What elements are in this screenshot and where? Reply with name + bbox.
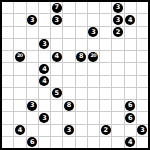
clue-circle: 4 xyxy=(39,64,49,74)
grid-cell[interactable] xyxy=(88,88,99,99)
clue-circle: 4 xyxy=(52,52,62,62)
grid-cell[interactable] xyxy=(14,137,25,148)
grid-cell[interactable]: 20 xyxy=(14,51,25,62)
grid-cell[interactable] xyxy=(14,112,25,123)
clue-circle: 3 xyxy=(113,15,123,25)
grid-cell[interactable] xyxy=(112,63,123,74)
grid-cell[interactable]: 8 xyxy=(63,100,74,111)
grid-cell[interactable] xyxy=(76,2,87,13)
grid-cell[interactable] xyxy=(51,39,62,50)
grid-cell[interactable] xyxy=(63,63,74,74)
grid-cell[interactable] xyxy=(88,76,99,87)
grid-cell[interactable] xyxy=(88,137,99,148)
grid-cell[interactable] xyxy=(63,88,74,99)
grid-cell[interactable] xyxy=(100,88,111,99)
grid-cell[interactable] xyxy=(112,88,123,99)
grid-cell[interactable] xyxy=(137,112,148,123)
grid-cell[interactable] xyxy=(125,88,136,99)
grid-cell[interactable] xyxy=(2,100,13,111)
clue-circle: 3 xyxy=(27,15,37,25)
clue-circle: 5 xyxy=(52,88,62,98)
grid-cell[interactable] xyxy=(2,76,13,87)
grid-cell[interactable] xyxy=(100,14,111,25)
grid-cell[interactable]: 4 xyxy=(125,14,136,25)
clue-circle: 2 xyxy=(101,125,111,135)
grid-cell[interactable] xyxy=(137,100,148,111)
puzzle-board: 73333432320482044538636432364 xyxy=(0,0,150,150)
grid-cell[interactable] xyxy=(63,76,74,87)
grid-cell[interactable] xyxy=(27,27,38,38)
grid-cell[interactable]: 4 xyxy=(39,76,50,87)
grid-cell[interactable] xyxy=(39,51,50,62)
grid-cell[interactable] xyxy=(51,137,62,148)
grid-cell[interactable] xyxy=(2,112,13,123)
grid-cell[interactable]: 3 xyxy=(51,14,62,25)
grid-cell[interactable] xyxy=(137,39,148,50)
grid-cell[interactable] xyxy=(137,14,148,25)
grid-cell[interactable]: 3 xyxy=(112,14,123,25)
clue-circle: 4 xyxy=(39,76,49,86)
grid-cell[interactable] xyxy=(14,39,25,50)
grid-cell[interactable] xyxy=(76,100,87,111)
grid-cell[interactable] xyxy=(63,14,74,25)
grid-cell[interactable] xyxy=(2,14,13,25)
grid-cell[interactable] xyxy=(39,88,50,99)
clue-circle: 3 xyxy=(88,27,98,37)
grid-cell[interactable] xyxy=(125,27,136,38)
clue-circle: 3 xyxy=(64,125,74,135)
grid-cell[interactable] xyxy=(76,27,87,38)
grid-cell[interactable]: 3 xyxy=(27,100,38,111)
grid-cell[interactable]: 5 xyxy=(51,88,62,99)
grid-cell[interactable] xyxy=(39,100,50,111)
clue-circle: 6 xyxy=(27,137,37,147)
grid-cell[interactable] xyxy=(27,125,38,136)
grid-cell[interactable] xyxy=(88,112,99,123)
grid-cell[interactable] xyxy=(125,63,136,74)
clue-circle: 4 xyxy=(125,15,135,25)
grid-cell[interactable] xyxy=(39,137,50,148)
grid-cell[interactable] xyxy=(76,88,87,99)
grid-cell[interactable]: 4 xyxy=(14,125,25,136)
grid-cell[interactable] xyxy=(137,51,148,62)
clue-circle: 4 xyxy=(125,137,135,147)
grid-cell[interactable] xyxy=(2,51,13,62)
clue-circle: 4 xyxy=(15,125,25,135)
grid-cell[interactable]: 2 xyxy=(100,125,111,136)
grid-cell[interactable] xyxy=(2,39,13,50)
grid-cell[interactable]: 20 xyxy=(88,51,99,62)
grid-cell[interactable]: 3 xyxy=(39,39,50,50)
grid-cell[interactable] xyxy=(39,14,50,25)
clue-circle: 2 xyxy=(113,27,123,37)
grid-cell[interactable]: 3 xyxy=(39,112,50,123)
grid-cell[interactable] xyxy=(100,2,111,13)
grid-cell[interactable] xyxy=(2,2,13,13)
grid-cell[interactable] xyxy=(88,100,99,111)
grid-cell[interactable] xyxy=(63,27,74,38)
clue-circle: 3 xyxy=(113,3,123,13)
grid-cell[interactable] xyxy=(2,125,13,136)
grid-cell[interactable] xyxy=(76,76,87,87)
grid-cell[interactable] xyxy=(100,112,111,123)
grid-cell[interactable] xyxy=(112,39,123,50)
grid-cell[interactable] xyxy=(88,63,99,74)
grid-cell[interactable] xyxy=(137,88,148,99)
grid-cell[interactable]: 3 xyxy=(137,125,148,136)
grid-cell[interactable] xyxy=(88,2,99,13)
grid-cell[interactable] xyxy=(14,2,25,13)
grid-cell[interactable] xyxy=(137,76,148,87)
grid-cell[interactable] xyxy=(39,27,50,38)
grid-cell[interactable] xyxy=(112,100,123,111)
grid-cell[interactable] xyxy=(14,76,25,87)
grid-cell[interactable] xyxy=(27,39,38,50)
grid-cell[interactable] xyxy=(14,63,25,74)
grid-cell[interactable]: 3 xyxy=(112,2,123,13)
grid-cell[interactable] xyxy=(76,112,87,123)
grid-cell[interactable] xyxy=(63,2,74,13)
clue-circle: 3 xyxy=(39,39,49,49)
grid-cell[interactable] xyxy=(137,63,148,74)
grid-cell[interactable] xyxy=(125,2,136,13)
grid-cell[interactable] xyxy=(100,100,111,111)
grid-cell[interactable]: 6 xyxy=(125,112,136,123)
grid-cell[interactable] xyxy=(27,63,38,74)
clue-circle: 3 xyxy=(137,125,147,135)
grid-cell[interactable] xyxy=(76,137,87,148)
grid-cell[interactable] xyxy=(100,27,111,38)
clue-circle: 20 xyxy=(15,52,25,62)
grid-cell[interactable] xyxy=(125,39,136,50)
grid-cell[interactable]: 4 xyxy=(39,63,50,74)
grid-cell[interactable] xyxy=(100,76,111,87)
grid-cell[interactable] xyxy=(14,88,25,99)
grid-cell[interactable] xyxy=(137,137,148,148)
grid-cell[interactable] xyxy=(2,63,13,74)
clue-circle: 8 xyxy=(64,101,74,111)
grid-cell[interactable] xyxy=(76,39,87,50)
grid-cell[interactable] xyxy=(2,137,13,148)
grid-cell[interactable] xyxy=(137,2,148,13)
grid-cell[interactable] xyxy=(27,51,38,62)
grid-cell[interactable] xyxy=(39,2,50,13)
grid-cell[interactable] xyxy=(100,63,111,74)
grid-cell[interactable] xyxy=(51,125,62,136)
grid-cell[interactable] xyxy=(76,63,87,74)
grid-cell[interactable] xyxy=(76,14,87,25)
grid-cell[interactable] xyxy=(27,76,38,87)
grid-cell[interactable] xyxy=(51,100,62,111)
grid-cell[interactable] xyxy=(63,51,74,62)
grid-cell[interactable] xyxy=(112,51,123,62)
grid-cell[interactable] xyxy=(125,51,136,62)
grid-cell[interactable] xyxy=(2,88,13,99)
grid-cell[interactable] xyxy=(76,125,87,136)
grid-cell[interactable] xyxy=(125,76,136,87)
grid-cell[interactable] xyxy=(100,51,111,62)
grid-cell[interactable] xyxy=(27,88,38,99)
clue-circle: 20 xyxy=(88,52,98,62)
grid-cell[interactable] xyxy=(112,137,123,148)
clue-circle: 3 xyxy=(27,101,37,111)
grid-cell[interactable] xyxy=(100,137,111,148)
grid-cell[interactable] xyxy=(2,27,13,38)
grid-cell[interactable] xyxy=(51,112,62,123)
grid-cell[interactable] xyxy=(27,2,38,13)
grid-cell[interactable] xyxy=(14,14,25,25)
grid-cell[interactable] xyxy=(27,112,38,123)
grid-cell[interactable]: 4 xyxy=(125,137,136,148)
grid-cell[interactable] xyxy=(14,27,25,38)
clue-circle: 3 xyxy=(39,113,49,123)
grid-cell[interactable] xyxy=(51,63,62,74)
grid-cell[interactable] xyxy=(112,76,123,87)
grid-cell[interactable] xyxy=(88,39,99,50)
clue-circle: 7 xyxy=(52,3,62,13)
clue-circle: 6 xyxy=(125,101,135,111)
clue-circle: 8 xyxy=(76,52,86,62)
grid-cell[interactable]: 2 xyxy=(112,27,123,38)
grid-cell[interactable]: 6 xyxy=(125,100,136,111)
grid-cell[interactable]: 8 xyxy=(76,51,87,62)
grid-cell[interactable] xyxy=(112,125,123,136)
grid-cell[interactable]: 6 xyxy=(27,137,38,148)
grid-cell[interactable] xyxy=(51,76,62,87)
clue-circle: 6 xyxy=(125,113,135,123)
grid-cell[interactable] xyxy=(63,137,74,148)
grid-cell[interactable]: 3 xyxy=(88,27,99,38)
grid-cell[interactable] xyxy=(51,27,62,38)
grid-cell[interactable] xyxy=(88,14,99,25)
clue-circle: 3 xyxy=(52,15,62,25)
grid-cell[interactable]: 4 xyxy=(51,51,62,62)
grid-cell[interactable] xyxy=(63,39,74,50)
grid-cell[interactable] xyxy=(137,27,148,38)
grid-cell[interactable] xyxy=(63,112,74,123)
grid-cell[interactable]: 3 xyxy=(63,125,74,136)
grid-cell[interactable]: 7 xyxy=(51,2,62,13)
grid-cell[interactable] xyxy=(112,112,123,123)
grid-cell[interactable] xyxy=(39,125,50,136)
grid-cell[interactable] xyxy=(14,100,25,111)
grid-cell[interactable] xyxy=(88,125,99,136)
grid-cell[interactable] xyxy=(125,125,136,136)
grid-cell[interactable]: 3 xyxy=(27,14,38,25)
grid-cell[interactable] xyxy=(100,39,111,50)
